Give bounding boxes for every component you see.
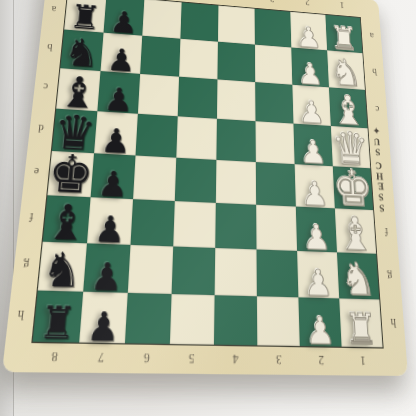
bottom-rank-label-4: 4 (214, 347, 258, 372)
photo-frame: 8765432187654321abcdefghabcfgh ✦USCHESS … (0, 0, 416, 416)
left-file-label-b: b (38, 28, 61, 68)
bottom-rank-label-1: 1 (342, 349, 385, 373)
brand-letter: S (379, 202, 385, 213)
square-h2 (298, 297, 341, 346)
right-file-label-c: c (368, 90, 388, 129)
square-c6 (138, 74, 179, 116)
square-d6 (136, 114, 178, 158)
square-g8 (38, 242, 87, 292)
square-b5 (179, 39, 218, 80)
square-d2 (293, 124, 332, 167)
square-h4 (214, 295, 257, 345)
square-g2 (297, 251, 339, 299)
brand-letter: E (377, 181, 384, 192)
square-e4 (216, 160, 256, 205)
square-c8 (56, 68, 100, 111)
bottom-rank-label-5: 5 (169, 346, 214, 371)
top-rank-label-3: 3 (254, 0, 290, 9)
square-c2 (292, 85, 330, 126)
square-c3 (255, 82, 293, 124)
square-f7 (87, 197, 133, 245)
square-d5 (176, 116, 217, 160)
brand-letter: S (378, 191, 384, 202)
square-f4 (215, 203, 256, 250)
bottom-rank-label-3: 3 (257, 348, 300, 373)
left-file-label-h: h (7, 290, 35, 342)
right-file-label-g: g (379, 254, 401, 300)
square-a2 (290, 12, 327, 51)
square-g6 (128, 245, 173, 294)
right-file-label-h: h (382, 300, 405, 348)
bottom-rank-label-6: 6 (123, 346, 169, 371)
square-g5 (172, 246, 216, 295)
chess-board (33, 0, 383, 347)
bottom-rank-label-7: 7 (77, 345, 125, 371)
square-h7 (79, 292, 128, 344)
left-file-label-g: g (13, 241, 40, 291)
square-c7 (97, 71, 140, 114)
square-g7 (83, 243, 130, 293)
square-b8 (60, 30, 103, 72)
brand-letter: S (375, 146, 381, 156)
square-e2 (295, 164, 335, 208)
square-a7 (104, 0, 145, 36)
square-g3 (257, 249, 299, 297)
chess-mat: 8765432187654321abcdefghabcfgh ✦USCHESS … (2, 0, 408, 376)
square-a5 (180, 2, 218, 41)
left-file-label-f: f (18, 194, 44, 241)
bottom-rank-label-2: 2 (300, 348, 343, 373)
square-b4 (217, 42, 255, 82)
square-a3 (255, 9, 292, 48)
square-g4 (215, 248, 257, 296)
square-e5 (175, 158, 217, 203)
square-e3 (256, 162, 296, 207)
square-d7 (94, 111, 138, 155)
square-b6 (140, 36, 180, 77)
square-b7 (101, 33, 143, 74)
square-a1 (325, 15, 362, 53)
square-b2 (291, 47, 329, 87)
square-d4 (216, 119, 255, 162)
square-c1 (329, 87, 368, 128)
top-rank-label-2: 2 (290, 0, 326, 12)
top-rank-label-1: 1 (324, 0, 359, 15)
square-c4 (217, 79, 256, 121)
us-chess-logo-icon: ✦ (372, 125, 381, 137)
square-f6 (130, 199, 174, 246)
bottom-rank-label-8: 8 (30, 344, 79, 370)
square-f5 (173, 201, 216, 248)
left-file-label-c: c (33, 67, 57, 109)
square-e7 (91, 153, 136, 199)
square-a4 (218, 6, 255, 45)
square-a6 (142, 0, 181, 39)
square-b3 (255, 45, 292, 85)
square-h6 (125, 293, 172, 344)
brand-letter: C (375, 160, 382, 171)
square-h1 (339, 298, 382, 347)
brand-letter: U (374, 136, 381, 146)
square-e8 (47, 151, 94, 197)
square-a8 (64, 0, 106, 33)
square-f2 (296, 207, 337, 253)
square-h5 (170, 294, 215, 345)
square-g1 (337, 252, 379, 299)
square-f3 (256, 205, 297, 251)
left-file-label-e: e (23, 150, 48, 195)
right-file-label-b: b (365, 53, 385, 91)
right-file-label-a: a (362, 18, 381, 55)
square-b1 (327, 50, 365, 90)
square-e6 (133, 155, 176, 201)
left-file-label-d: d (28, 107, 53, 151)
square-d3 (255, 121, 294, 164)
square-c5 (178, 77, 218, 119)
left-file-label-a: a (42, 0, 65, 29)
square-d8 (52, 109, 97, 154)
square-h8 (33, 291, 84, 343)
square-f8 (43, 195, 91, 243)
square-h3 (257, 296, 300, 346)
